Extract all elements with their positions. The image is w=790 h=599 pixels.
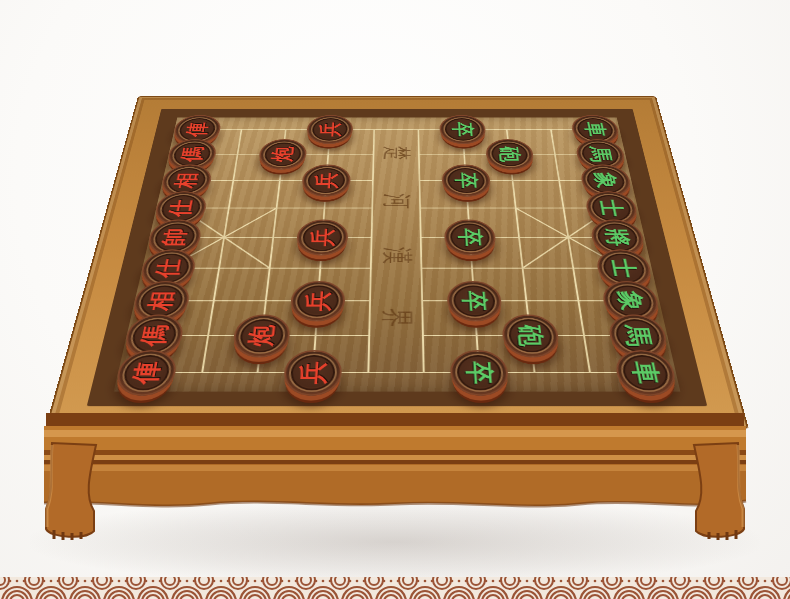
xiangqi-tabletop: 楚 河 漢 界 俥傌相仕帥仕相傌俥炮炮兵兵兵兵兵卒卒卒卒卒砲砲車馬象士將士象馬車 [45, 96, 749, 429]
table-front-edge [44, 413, 746, 464]
decor-border-bottom [0, 577, 790, 599]
piece-red-chariot[interactable]: 俥 [113, 350, 180, 396]
board-surface: 楚 河 漢 界 俥傌相仕帥仕相傌俥炮炮兵兵兵兵兵卒卒卒卒卒砲砲車馬象士將士象馬車 [87, 109, 708, 406]
piece-character: 炮 [259, 140, 306, 169]
piece-green-cannon[interactable]: 砲 [501, 314, 561, 357]
piece-character: 兵 [291, 282, 344, 320]
piece-red-soldier[interactable]: 兵 [289, 281, 346, 321]
piece-character: 車 [615, 352, 677, 395]
piece-green-soldier[interactable]: 卒 [446, 281, 503, 321]
piece-character: 卒 [441, 116, 486, 143]
piece-red-soldier[interactable]: 兵 [282, 350, 343, 396]
product-photo-backdrop: 楚 河 漢 界 俥傌相仕帥仕相傌俥炮炮兵兵兵兵兵卒卒卒卒卒砲砲車馬象士將士象馬車 [0, 0, 790, 599]
table-leg-left [46, 443, 96, 540]
piece-layer: 俥傌相仕帥仕相傌俥炮炮兵兵兵兵兵卒卒卒卒卒砲砲車馬象士將士象馬車 [114, 117, 681, 391]
piece-character: 兵 [303, 166, 350, 196]
piece-character: 兵 [297, 221, 347, 255]
piece-character: 兵 [307, 116, 352, 143]
table-apron [44, 464, 746, 506]
piece-red-cannon[interactable]: 炮 [231, 314, 292, 357]
piece-green-soldier[interactable]: 卒 [444, 220, 497, 256]
piece-character: 卒 [448, 282, 501, 320]
piece-red-soldier[interactable]: 兵 [306, 115, 354, 144]
piece-character: 砲 [486, 140, 533, 169]
table-base [40, 413, 750, 553]
piece-green-soldier[interactable]: 卒 [449, 350, 509, 396]
piece-red-soldier[interactable]: 兵 [295, 220, 348, 256]
piece-character: 卒 [451, 352, 507, 395]
piece-green-soldier[interactable]: 卒 [439, 115, 487, 144]
piece-green-soldier[interactable]: 卒 [441, 164, 491, 196]
table-leg-right [694, 443, 744, 540]
piece-red-soldier[interactable]: 兵 [301, 164, 351, 196]
piece-green-chariot[interactable]: 車 [613, 350, 680, 396]
piece-character: 卒 [443, 166, 490, 196]
piece-green-cannon[interactable]: 砲 [485, 139, 535, 170]
piece-character: 俥 [115, 352, 177, 395]
piece-red-cannon[interactable]: 炮 [257, 139, 307, 170]
piece-character: 兵 [284, 352, 340, 395]
piece-character: 卒 [445, 221, 495, 255]
piece-character: 砲 [503, 316, 559, 356]
piece-character: 炮 [233, 316, 290, 356]
